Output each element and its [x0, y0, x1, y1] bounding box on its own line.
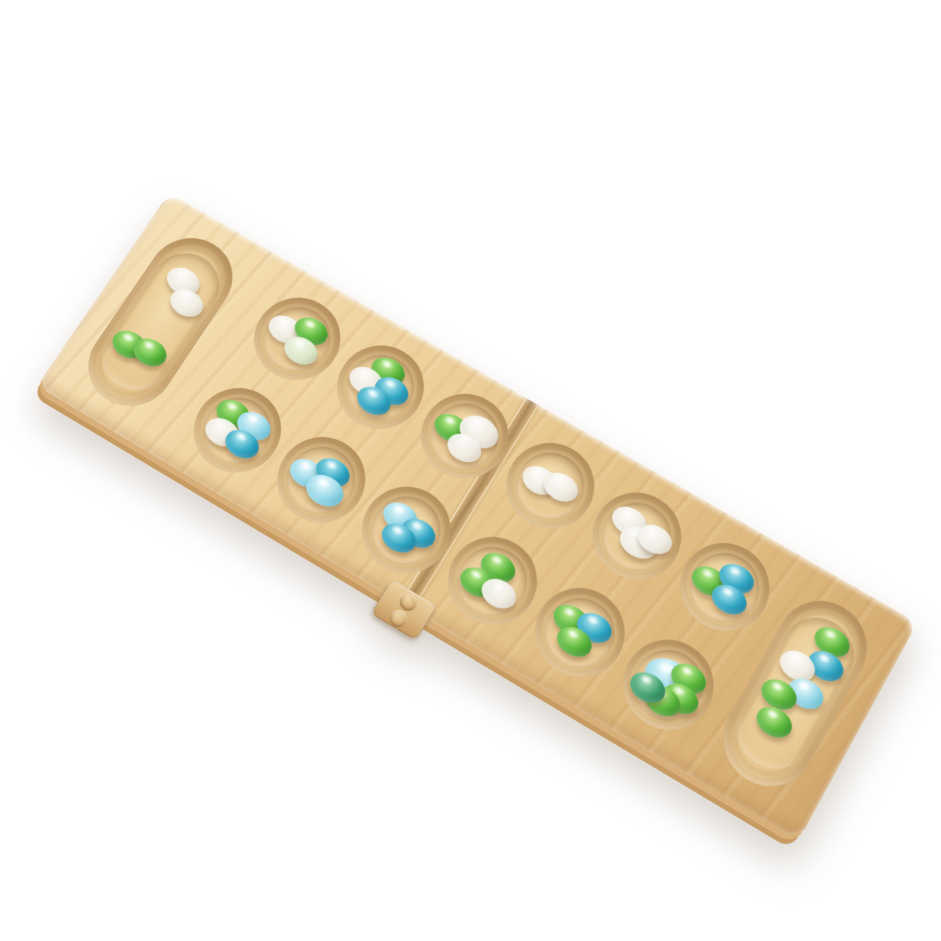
- hinge: [371, 579, 437, 640]
- pit-D2[interactable]: [519, 572, 641, 694]
- pit-D3[interactable]: [607, 623, 730, 747]
- mancala-board: [37, 193, 918, 840]
- pit-C2[interactable]: [577, 477, 698, 596]
- photo-scene: [0, 0, 941, 941]
- pit-C3[interactable]: [664, 527, 785, 647]
- stone-clear: [165, 284, 209, 322]
- board-surface: [37, 193, 918, 840]
